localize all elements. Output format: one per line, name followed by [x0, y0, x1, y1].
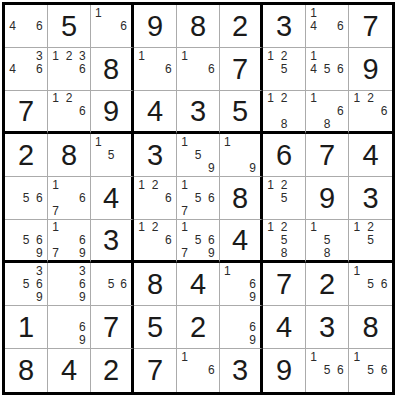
- pencil-mark: [377, 246, 391, 259]
- cell-r9c5[interactable]: 16: [177, 349, 220, 392]
- pencil-mark: 5: [191, 191, 204, 204]
- pencil-mark: [49, 277, 62, 290]
- cell-r3c4[interactable]: 4: [134, 91, 177, 134]
- cell-r4c2[interactable]: 8: [48, 134, 91, 177]
- cell-r6c3[interactable]: 3: [91, 220, 134, 263]
- pencil-mark: 7: [178, 246, 191, 259]
- pencil-mark: [191, 246, 204, 259]
- pencil-mark: 4: [6, 19, 19, 32]
- pencil-mark: [76, 178, 89, 191]
- pencil-marks: 156: [350, 350, 391, 391]
- cell-r5c5[interactable]: 1567: [177, 177, 220, 220]
- solved-digit: 3: [103, 226, 119, 255]
- cell-r3c3[interactable]: 9: [91, 91, 134, 134]
- pencil-mark: [6, 234, 19, 247]
- pencil-mark: [221, 320, 234, 333]
- cell-r8c5[interactable]: 2: [177, 306, 220, 349]
- pencil-marks: 16: [135, 49, 175, 89]
- pencil-mark: 5: [277, 234, 290, 247]
- cell-r5c2[interactable]: 167: [48, 177, 91, 220]
- cell-r7c1[interactable]: 3569: [5, 263, 48, 306]
- cell-r7c9[interactable]: 156: [349, 263, 392, 306]
- cell-r3c9[interactable]: 126: [349, 91, 392, 134]
- pencil-mark: 2: [62, 92, 75, 105]
- pencil-mark: [62, 76, 75, 89]
- cell-r6c8[interactable]: 158: [306, 220, 349, 263]
- solved-digit: 4: [147, 97, 163, 126]
- pencil-mark: [162, 49, 175, 62]
- cell-r8c8[interactable]: 3: [306, 306, 349, 349]
- pencil-mark: [264, 205, 277, 218]
- pencil-mark: 9: [246, 334, 259, 347]
- cell-r7c7[interactable]: 7: [263, 263, 306, 306]
- pencil-mark: 6: [246, 277, 259, 290]
- pencil-mark: [234, 264, 247, 277]
- pencil-mark: 1: [178, 221, 191, 234]
- pencil-mark: [76, 205, 89, 218]
- solved-digit: 7: [103, 313, 119, 342]
- cell-r2c9[interactable]: 9: [349, 48, 392, 91]
- pencil-mark: 9: [76, 334, 89, 347]
- cell-r7c5[interactable]: 4: [177, 263, 220, 306]
- pencil-mark: [320, 350, 333, 364]
- cell-r7c3[interactable]: 56: [91, 263, 134, 306]
- solved-digit: 8: [18, 356, 34, 385]
- pencil-mark: [76, 76, 89, 89]
- pencil-mark: [62, 320, 75, 333]
- pencil-mark: 3: [76, 264, 89, 277]
- pencil-mark: [350, 246, 364, 259]
- cell-r2c6[interactable]: 7: [220, 48, 263, 91]
- pencil-mark: 6: [76, 277, 89, 290]
- pencil-mark: [76, 221, 89, 234]
- pencil-marks: 126: [49, 92, 89, 130]
- cell-r8c6[interactable]: 69: [220, 306, 263, 349]
- pencil-mark: [162, 246, 175, 259]
- solved-digit: 5: [61, 12, 77, 41]
- pencil-mark: [49, 307, 62, 320]
- pencil-mark: 1: [307, 6, 320, 19]
- pencil-mark: 6: [33, 191, 46, 204]
- pencil-mark: 6: [377, 364, 391, 378]
- cell-r7c4[interactable]: 8: [134, 263, 177, 306]
- pencil-marks: 158: [307, 221, 347, 259]
- cell-r2c3[interactable]: 8: [91, 48, 134, 91]
- cell-r8c1[interactable]: 1: [5, 306, 48, 349]
- cell-r5c7[interactable]: 125: [263, 177, 306, 220]
- cell-r6c6[interactable]: 4: [220, 220, 263, 263]
- pencil-mark: [377, 117, 391, 130]
- pencil-mark: [62, 105, 75, 118]
- cell-r9c1[interactable]: 8: [5, 349, 48, 392]
- solved-digit: 3: [362, 184, 378, 213]
- solved-digit: 9: [319, 184, 335, 213]
- cell-r2c5[interactable]: 16: [177, 48, 220, 91]
- pencil-mark: [92, 148, 105, 161]
- pencil-mark: [264, 117, 277, 130]
- cell-r4c6[interactable]: 19: [220, 134, 263, 177]
- pencil-mark: [307, 377, 320, 391]
- pencil-mark: [350, 234, 364, 247]
- pencil-mark: 1: [49, 49, 62, 62]
- pencil-mark: [291, 205, 304, 218]
- pencil-mark: [291, 191, 304, 204]
- pencil-mark: 1: [350, 221, 364, 234]
- pencil-mark: 1: [178, 135, 191, 148]
- pencil-marks: 1236: [49, 49, 89, 89]
- cell-r7c8[interactable]: 2: [306, 263, 349, 306]
- pencil-marks: 159: [178, 135, 218, 175]
- pencil-mark: [6, 178, 19, 191]
- pencil-mark: 6: [76, 62, 89, 75]
- pencil-mark: [277, 205, 290, 218]
- pencil-marks: 168: [307, 92, 347, 130]
- pencil-mark: [334, 76, 347, 89]
- pencil-mark: 5: [320, 364, 333, 378]
- pencil-marks: 69: [221, 307, 259, 347]
- pencil-mark: 5: [19, 191, 32, 204]
- pencil-mark: [350, 377, 364, 391]
- pencil-mark: [291, 234, 304, 247]
- cell-r9c9[interactable]: 156: [349, 349, 392, 392]
- cell-r3c8[interactable]: 168: [306, 91, 349, 134]
- solved-digit: 3: [319, 313, 335, 342]
- pencil-mark: [6, 49, 19, 62]
- pencil-mark: [33, 33, 46, 46]
- pencil-mark: [291, 246, 304, 259]
- solved-digit: 8: [147, 270, 163, 299]
- cell-r7c2[interactable]: 369: [48, 263, 91, 306]
- pencil-mark: [117, 264, 130, 277]
- pencil-mark: [148, 191, 161, 204]
- pencil-mark: 6: [205, 191, 218, 204]
- cell-r6c4[interactable]: 126: [134, 220, 177, 263]
- cell-r1c7[interactable]: 3: [263, 5, 306, 48]
- pencil-mark: [105, 264, 118, 277]
- solved-digit: 6: [276, 141, 292, 170]
- cell-r4c9[interactable]: 4: [349, 134, 392, 177]
- cell-r3c5[interactable]: 3: [177, 91, 220, 134]
- pencil-mark: 6: [162, 234, 175, 247]
- pencil-mark: [19, 291, 32, 304]
- pencil-mark: [364, 350, 378, 364]
- pencil-mark: [6, 33, 19, 46]
- solved-digit: 5: [232, 97, 248, 126]
- cell-r3c7[interactable]: 128: [263, 91, 306, 134]
- pencil-mark: [76, 307, 89, 320]
- cell-r8c7[interactable]: 4: [263, 306, 306, 349]
- pencil-mark: [364, 264, 378, 277]
- cell-r5c8[interactable]: 9: [306, 177, 349, 220]
- cell-r4c5[interactable]: 159: [177, 134, 220, 177]
- pencil-marks: 126: [135, 221, 175, 259]
- pencil-mark: [191, 178, 204, 191]
- cell-r4c1[interactable]: 2: [5, 134, 48, 177]
- cell-r2c2[interactable]: 1236: [48, 48, 91, 91]
- pencil-mark: 9: [33, 291, 46, 304]
- pencil-mark: [377, 350, 391, 364]
- pencil-marks: 128: [264, 92, 304, 130]
- pencil-mark: 8: [277, 246, 290, 259]
- pencil-mark: [191, 377, 204, 391]
- pencil-mark: [6, 205, 19, 218]
- pencil-mark: [246, 307, 259, 320]
- pencil-mark: [277, 105, 290, 118]
- solved-digit: 4: [276, 313, 292, 342]
- pencil-mark: [291, 117, 304, 130]
- solved-digit: 5: [147, 313, 163, 342]
- pencil-mark: [221, 291, 234, 304]
- pencil-mark: 5: [105, 148, 118, 161]
- pencil-mark: [33, 178, 46, 191]
- pencil-mark: [62, 234, 75, 247]
- cell-r6c1[interactable]: 569: [5, 220, 48, 263]
- pencil-mark: 5: [364, 364, 378, 378]
- pencil-mark: [135, 246, 148, 259]
- pencil-mark: 1: [307, 350, 320, 364]
- pencil-mark: 2: [364, 92, 378, 105]
- cell-r5c1[interactable]: 56: [5, 177, 48, 220]
- pencil-mark: 1: [135, 49, 148, 62]
- pencil-mark: [307, 246, 320, 259]
- pencil-mark: [178, 234, 191, 247]
- pencil-mark: 2: [277, 49, 290, 62]
- pencil-mark: [205, 221, 218, 234]
- pencil-mark: [307, 76, 320, 89]
- cell-r9c2[interactable]: 4: [48, 349, 91, 392]
- pencil-mark: 2: [277, 221, 290, 234]
- pencil-marks: 46: [6, 6, 46, 46]
- pencil-mark: [33, 76, 46, 89]
- pencil-mark: [320, 33, 333, 46]
- pencil-mark: [148, 62, 161, 75]
- pencil-mark: [191, 205, 204, 218]
- pencil-mark: [377, 291, 391, 304]
- pencil-mark: [6, 6, 19, 19]
- pencil-mark: [350, 364, 364, 378]
- pencil-marks: 19: [221, 135, 259, 175]
- pencil-mark: 6: [205, 62, 218, 75]
- cell-r1c3[interactable]: 16: [91, 5, 134, 48]
- solved-digit: 8: [232, 184, 248, 213]
- cell-r9c4[interactable]: 7: [134, 349, 177, 392]
- cell-r4c8[interactable]: 7: [306, 134, 349, 177]
- pencil-mark: [205, 350, 218, 364]
- cell-r6c2[interactable]: 1679: [48, 220, 91, 263]
- pencil-mark: 1: [264, 49, 277, 62]
- pencil-mark: [62, 246, 75, 259]
- pencil-mark: [62, 264, 75, 277]
- pencil-mark: [19, 205, 32, 218]
- pencil-mark: [291, 221, 304, 234]
- pencil-mark: [6, 221, 19, 234]
- pencil-mark: [377, 264, 391, 277]
- pencil-mark: [234, 307, 247, 320]
- cell-r2c7[interactable]: 125: [263, 48, 306, 91]
- cell-r6c5[interactable]: 15679: [177, 220, 220, 263]
- pencil-marks: 15: [92, 135, 130, 175]
- pencil-mark: 1: [178, 178, 191, 191]
- cell-r4c3[interactable]: 15: [91, 134, 134, 177]
- pencil-mark: [234, 162, 247, 175]
- pencil-mark: [350, 277, 364, 290]
- pencil-mark: 9: [33, 246, 46, 259]
- pencil-mark: [148, 205, 161, 218]
- pencil-mark: [76, 92, 89, 105]
- pencil-mark: 5: [277, 62, 290, 75]
- pencil-mark: [307, 33, 320, 46]
- pencil-mark: [117, 148, 130, 161]
- pencil-marks: 126: [135, 178, 175, 218]
- cell-r1c9[interactable]: 7: [349, 5, 392, 48]
- pencil-mark: [6, 191, 19, 204]
- solved-digit: 3: [190, 97, 206, 126]
- solved-digit: 9: [103, 97, 119, 126]
- solved-digit: 7: [232, 55, 248, 84]
- solved-digit: 8: [61, 141, 77, 170]
- pencil-mark: 1: [350, 264, 364, 277]
- cell-r4c7[interactable]: 6: [263, 134, 306, 177]
- cell-r4c4[interactable]: 3: [134, 134, 177, 177]
- pencil-mark: 1: [49, 178, 62, 191]
- pencil-mark: [49, 334, 62, 347]
- solved-digit: 9: [362, 55, 378, 84]
- pencil-mark: [178, 377, 191, 391]
- cell-r7c6[interactable]: 169: [220, 263, 263, 306]
- pencil-mark: [162, 76, 175, 89]
- cell-r1c6[interactable]: 2: [220, 5, 263, 48]
- pencil-marks: 3569: [6, 264, 46, 304]
- pencil-mark: [334, 49, 347, 62]
- pencil-mark: [162, 221, 175, 234]
- pencil-mark: 6: [76, 105, 89, 118]
- pencil-mark: [191, 364, 204, 378]
- pencil-mark: [205, 135, 218, 148]
- cell-r2c8[interactable]: 1456: [306, 48, 349, 91]
- cell-r9c3[interactable]: 2: [91, 349, 134, 392]
- pencil-mark: [49, 191, 62, 204]
- cell-r1c5[interactable]: 8: [177, 5, 220, 48]
- pencil-mark: 4: [307, 62, 320, 75]
- cell-r5c3[interactable]: 4: [91, 177, 134, 220]
- pencil-mark: [191, 350, 204, 364]
- pencil-mark: [19, 246, 32, 259]
- solved-digit: 4: [190, 270, 206, 299]
- pencil-mark: [234, 320, 247, 333]
- cell-r1c1[interactable]: 46: [5, 5, 48, 48]
- pencil-mark: 5: [191, 234, 204, 247]
- pencil-mark: [49, 62, 62, 75]
- pencil-mark: [117, 33, 130, 46]
- pencil-mark: [334, 350, 347, 364]
- pencil-marks: 169: [221, 264, 259, 304]
- solved-digit: 8: [190, 12, 206, 41]
- pencil-mark: 1: [178, 350, 191, 364]
- pencil-mark: 1: [307, 92, 320, 105]
- cell-r1c4[interactable]: 9: [134, 5, 177, 48]
- solved-digit: 4: [61, 356, 77, 385]
- pencil-mark: 6: [33, 277, 46, 290]
- pencil-mark: 6: [205, 364, 218, 378]
- pencil-mark: [246, 264, 259, 277]
- cell-r6c7[interactable]: 1258: [263, 220, 306, 263]
- pencil-mark: 4: [307, 19, 320, 32]
- solved-digit: 7: [362, 12, 378, 41]
- pencil-mark: [234, 148, 247, 161]
- cell-r8c4[interactable]: 5: [134, 306, 177, 349]
- cell-r9c8[interactable]: 156: [306, 349, 349, 392]
- pencil-mark: 9: [76, 246, 89, 259]
- cell-r9c6[interactable]: 3: [220, 349, 263, 392]
- cell-r5c4[interactable]: 126: [134, 177, 177, 220]
- pencil-mark: [334, 221, 347, 234]
- pencil-mark: [19, 221, 32, 234]
- pencil-marks: 16: [178, 350, 218, 391]
- solved-digit: 4: [232, 226, 248, 255]
- pencil-mark: [221, 307, 234, 320]
- pencil-mark: [162, 205, 175, 218]
- pencil-mark: [205, 148, 218, 161]
- cell-r3c1[interactable]: 7: [5, 91, 48, 134]
- pencil-mark: [117, 6, 130, 19]
- cell-r3c2[interactable]: 126: [48, 91, 91, 134]
- cell-r8c3[interactable]: 7: [91, 306, 134, 349]
- cell-r1c2[interactable]: 5: [48, 5, 91, 48]
- cell-r5c9[interactable]: 3: [349, 177, 392, 220]
- cell-r1c8[interactable]: 146: [306, 5, 349, 48]
- cell-r8c9[interactable]: 8: [349, 306, 392, 349]
- cell-r2c1[interactable]: 346: [5, 48, 48, 91]
- cell-r8c2[interactable]: 69: [48, 306, 91, 349]
- pencil-mark: [291, 105, 304, 118]
- pencil-mark: [62, 62, 75, 75]
- pencil-marks: 125: [264, 49, 304, 89]
- pencil-mark: [6, 264, 19, 277]
- pencil-mark: [178, 162, 191, 175]
- pencil-marks: 125: [350, 221, 391, 259]
- pencil-mark: [264, 191, 277, 204]
- pencil-mark: 5: [19, 234, 32, 247]
- cell-r6c9[interactable]: 125: [349, 220, 392, 263]
- pencil-mark: [62, 221, 75, 234]
- pencil-mark: [277, 76, 290, 89]
- pencil-mark: [191, 76, 204, 89]
- pencil-mark: [320, 105, 333, 118]
- pencil-mark: 1: [49, 92, 62, 105]
- pencil-mark: 2: [277, 92, 290, 105]
- cell-r9c7[interactable]: 9: [263, 349, 306, 392]
- pencil-mark: [221, 334, 234, 347]
- pencil-mark: [62, 117, 75, 130]
- cell-r3c6[interactable]: 5: [220, 91, 263, 134]
- solved-digit: 2: [319, 270, 335, 299]
- pencil-mark: [49, 320, 62, 333]
- pencil-mark: [364, 246, 378, 259]
- pencil-mark: [334, 33, 347, 46]
- pencil-marks: 569: [6, 221, 46, 259]
- pencil-mark: 1: [307, 49, 320, 62]
- solved-digit: 9: [147, 12, 163, 41]
- pencil-mark: [205, 377, 218, 391]
- pencil-mark: 1: [135, 221, 148, 234]
- cell-r5c6[interactable]: 8: [220, 177, 263, 220]
- cell-r2c4[interactable]: 16: [134, 48, 177, 91]
- pencil-mark: [264, 234, 277, 247]
- pencil-mark: 1: [178, 49, 191, 62]
- pencil-mark: [291, 92, 304, 105]
- pencil-mark: [291, 76, 304, 89]
- pencil-marks: 1679: [49, 221, 89, 259]
